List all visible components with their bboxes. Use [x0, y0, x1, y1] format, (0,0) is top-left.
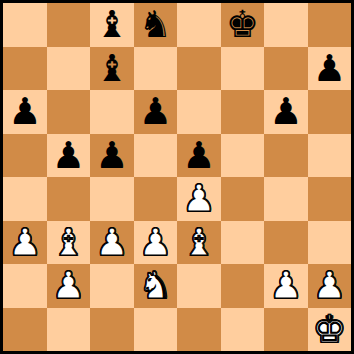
square-d1[interactable] [134, 308, 178, 352]
square-c2[interactable] [90, 264, 134, 308]
square-h4[interactable] [308, 177, 352, 221]
square-d5[interactable] [134, 134, 178, 178]
square-e6[interactable] [177, 90, 221, 134]
piece-black-king[interactable]: ♚ [226, 6, 259, 43]
square-f4[interactable] [221, 177, 265, 221]
piece-white-pawn[interactable]: ♟ [8, 224, 41, 261]
square-b4[interactable] [47, 177, 91, 221]
piece-white-pawn[interactable]: ♟ [313, 267, 346, 304]
square-g2[interactable]: ♟ [264, 264, 308, 308]
square-b8[interactable] [47, 3, 91, 47]
piece-black-pawn[interactable]: ♟ [313, 50, 346, 87]
square-h5[interactable] [308, 134, 352, 178]
piece-white-king[interactable]: ♚ [313, 311, 346, 348]
square-d7[interactable] [134, 47, 178, 91]
square-c4[interactable] [90, 177, 134, 221]
square-a5[interactable] [3, 134, 47, 178]
square-g6[interactable]: ♟ [264, 90, 308, 134]
piece-black-bishop[interactable]: ♝ [95, 50, 128, 87]
square-f7[interactable] [221, 47, 265, 91]
square-g8[interactable] [264, 3, 308, 47]
square-c5[interactable]: ♟ [90, 134, 134, 178]
piece-black-knight[interactable]: ♞ [139, 6, 172, 43]
piece-white-pawn[interactable]: ♟ [269, 267, 302, 304]
square-g7[interactable] [264, 47, 308, 91]
piece-white-pawn[interactable]: ♟ [182, 180, 215, 217]
square-b6[interactable] [47, 90, 91, 134]
square-h8[interactable] [308, 3, 352, 47]
square-a1[interactable] [3, 308, 47, 352]
square-g1[interactable] [264, 308, 308, 352]
square-f1[interactable] [221, 308, 265, 352]
square-d2[interactable]: ♞ [134, 264, 178, 308]
square-d3[interactable]: ♟ [134, 221, 178, 265]
square-e7[interactable] [177, 47, 221, 91]
piece-white-pawn[interactable]: ♟ [139, 224, 172, 261]
square-e4[interactable]: ♟ [177, 177, 221, 221]
square-g4[interactable] [264, 177, 308, 221]
piece-black-bishop[interactable]: ♝ [95, 6, 128, 43]
square-a6[interactable]: ♟ [3, 90, 47, 134]
square-g3[interactable] [264, 221, 308, 265]
piece-white-pawn[interactable]: ♟ [52, 267, 85, 304]
square-c8[interactable]: ♝ [90, 3, 134, 47]
square-b5[interactable]: ♟ [47, 134, 91, 178]
piece-white-pawn[interactable]: ♟ [95, 224, 128, 261]
square-e2[interactable] [177, 264, 221, 308]
piece-black-pawn[interactable]: ♟ [182, 137, 215, 174]
square-a4[interactable] [3, 177, 47, 221]
square-g5[interactable] [264, 134, 308, 178]
square-f8[interactable]: ♚ [221, 3, 265, 47]
piece-black-pawn[interactable]: ♟ [95, 137, 128, 174]
piece-black-pawn[interactable]: ♟ [8, 93, 41, 130]
square-b1[interactable] [47, 308, 91, 352]
chess-board-frame: ♝♞♚♝♟♟♟♟♟♟♟♟♟♝♟♟♝♟♞♟♟♚ [0, 0, 354, 354]
square-f6[interactable] [221, 90, 265, 134]
square-e8[interactable] [177, 3, 221, 47]
piece-black-pawn[interactable]: ♟ [52, 137, 85, 174]
chess-board: ♝♞♚♝♟♟♟♟♟♟♟♟♟♝♟♟♝♟♞♟♟♚ [3, 3, 351, 351]
square-d4[interactable] [134, 177, 178, 221]
square-d6[interactable]: ♟ [134, 90, 178, 134]
square-f5[interactable] [221, 134, 265, 178]
square-b2[interactable]: ♟ [47, 264, 91, 308]
square-a2[interactable] [3, 264, 47, 308]
square-c7[interactable]: ♝ [90, 47, 134, 91]
square-f2[interactable] [221, 264, 265, 308]
piece-white-bishop[interactable]: ♝ [182, 224, 215, 261]
square-b7[interactable] [47, 47, 91, 91]
square-c6[interactable] [90, 90, 134, 134]
square-a8[interactable] [3, 3, 47, 47]
square-h6[interactable] [308, 90, 352, 134]
square-h7[interactable]: ♟ [308, 47, 352, 91]
square-e5[interactable]: ♟ [177, 134, 221, 178]
square-h3[interactable] [308, 221, 352, 265]
square-e3[interactable]: ♝ [177, 221, 221, 265]
square-h1[interactable]: ♚ [308, 308, 352, 352]
piece-black-pawn[interactable]: ♟ [269, 93, 302, 130]
square-b3[interactable]: ♝ [47, 221, 91, 265]
square-d8[interactable]: ♞ [134, 3, 178, 47]
square-e1[interactable] [177, 308, 221, 352]
square-f3[interactable] [221, 221, 265, 265]
square-c1[interactable] [90, 308, 134, 352]
square-a3[interactable]: ♟ [3, 221, 47, 265]
piece-white-bishop[interactable]: ♝ [52, 224, 85, 261]
square-a7[interactable] [3, 47, 47, 91]
piece-white-knight[interactable]: ♞ [139, 267, 172, 304]
piece-black-pawn[interactable]: ♟ [139, 93, 172, 130]
square-c3[interactable]: ♟ [90, 221, 134, 265]
square-h2[interactable]: ♟ [308, 264, 352, 308]
